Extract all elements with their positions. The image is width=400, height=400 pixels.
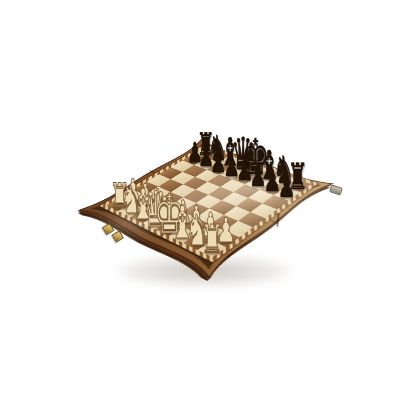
piece-black-pawn[interactable]: ♟ [277,171,297,202]
latch-knob [112,230,124,242]
pieces-layer: ♜♞♝♛♚♝♞♜♟♟♟♟♟♟♟♟♟♟♟♟♟♟♟♟♜♞♝♛♚♝♞♜ [0,0,400,400]
chess-set-photo: ♜♞♝♛♚♝♞♜♟♟♟♟♟♟♟♟♟♟♟♟♟♟♟♟♜♞♝♛♚♝♞♜ [0,0,400,400]
piece-white-rook[interactable]: ♜ [199,219,225,259]
metal-hinge-icon [329,184,343,195]
